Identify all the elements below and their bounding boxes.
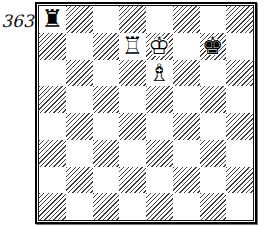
square-a7[interactable] bbox=[39, 33, 66, 60]
square-e8[interactable] bbox=[146, 6, 173, 33]
board-grid: ♜♜♖♚♔♚♝♗ bbox=[39, 6, 253, 220]
white-king[interactable]: ♚♔ bbox=[146, 33, 173, 60]
square-a5[interactable] bbox=[39, 86, 66, 113]
square-f2[interactable] bbox=[173, 167, 200, 194]
chess-board-inner-frame: ♜♜♖♚♔♚♝♗ bbox=[38, 5, 254, 221]
white-rook[interactable]: ♜♖ bbox=[119, 33, 146, 60]
black-rook[interactable]: ♜ bbox=[39, 6, 66, 33]
square-d7[interactable]: ♜♖ bbox=[119, 33, 146, 60]
square-g5[interactable] bbox=[200, 86, 227, 113]
white-rook-glyph: ♖ bbox=[122, 34, 144, 58]
square-a3[interactable] bbox=[39, 140, 66, 167]
square-c5[interactable] bbox=[93, 86, 120, 113]
square-f5[interactable] bbox=[173, 86, 200, 113]
square-e4[interactable] bbox=[146, 113, 173, 140]
square-g3[interactable] bbox=[200, 140, 227, 167]
square-a4[interactable] bbox=[39, 113, 66, 140]
square-b7[interactable] bbox=[66, 33, 93, 60]
square-c1[interactable] bbox=[93, 193, 120, 220]
square-d5[interactable] bbox=[119, 86, 146, 113]
square-a6[interactable] bbox=[39, 60, 66, 87]
square-b5[interactable] bbox=[66, 86, 93, 113]
square-h8[interactable] bbox=[226, 6, 253, 33]
square-b6[interactable] bbox=[66, 60, 93, 87]
square-a8[interactable]: ♜ bbox=[39, 6, 66, 33]
square-c8[interactable] bbox=[93, 6, 120, 33]
square-c7[interactable] bbox=[93, 33, 120, 60]
square-h4[interactable] bbox=[226, 113, 253, 140]
square-h3[interactable] bbox=[226, 140, 253, 167]
square-h7[interactable] bbox=[226, 33, 253, 60]
diagram-number: 363 bbox=[1, 11, 34, 31]
square-f6[interactable] bbox=[173, 60, 200, 87]
square-d8[interactable] bbox=[119, 6, 146, 33]
square-e5[interactable] bbox=[146, 86, 173, 113]
square-f1[interactable] bbox=[173, 193, 200, 220]
square-a2[interactable] bbox=[39, 167, 66, 194]
white-king-glyph: ♔ bbox=[149, 34, 171, 58]
square-g4[interactable] bbox=[200, 113, 227, 140]
black-rook-glyph: ♜ bbox=[42, 7, 64, 31]
square-c6[interactable] bbox=[93, 60, 120, 87]
square-g2[interactable] bbox=[200, 167, 227, 194]
square-g6[interactable] bbox=[200, 60, 227, 87]
square-d6[interactable] bbox=[119, 60, 146, 87]
square-e7[interactable]: ♚♔ bbox=[146, 33, 173, 60]
square-d3[interactable] bbox=[119, 140, 146, 167]
chess-board: ♜♜♖♚♔♚♝♗ bbox=[35, 2, 257, 224]
square-c4[interactable] bbox=[93, 113, 120, 140]
square-d2[interactable] bbox=[119, 167, 146, 194]
white-bishop[interactable]: ♝♗ bbox=[146, 60, 173, 87]
square-g7[interactable]: ♚ bbox=[200, 33, 227, 60]
square-c3[interactable] bbox=[93, 140, 120, 167]
square-h5[interactable] bbox=[226, 86, 253, 113]
square-f8[interactable] bbox=[173, 6, 200, 33]
square-g1[interactable] bbox=[200, 193, 227, 220]
black-king-glyph: ♚ bbox=[202, 34, 224, 58]
square-g8[interactable] bbox=[200, 6, 227, 33]
black-king[interactable]: ♚ bbox=[200, 33, 227, 60]
square-f7[interactable] bbox=[173, 33, 200, 60]
square-a1[interactable] bbox=[39, 193, 66, 220]
square-e3[interactable] bbox=[146, 140, 173, 167]
square-f3[interactable] bbox=[173, 140, 200, 167]
square-h2[interactable] bbox=[226, 167, 253, 194]
square-b1[interactable] bbox=[66, 193, 93, 220]
square-h1[interactable] bbox=[226, 193, 253, 220]
square-d1[interactable] bbox=[119, 193, 146, 220]
square-b8[interactable] bbox=[66, 6, 93, 33]
square-e1[interactable] bbox=[146, 193, 173, 220]
square-d4[interactable] bbox=[119, 113, 146, 140]
square-h6[interactable] bbox=[226, 60, 253, 87]
white-bishop-glyph: ♗ bbox=[149, 61, 171, 85]
square-b4[interactable] bbox=[66, 113, 93, 140]
square-c2[interactable] bbox=[93, 167, 120, 194]
square-e2[interactable] bbox=[146, 167, 173, 194]
square-f4[interactable] bbox=[173, 113, 200, 140]
square-e6[interactable]: ♝♗ bbox=[146, 60, 173, 87]
square-b3[interactable] bbox=[66, 140, 93, 167]
square-b2[interactable] bbox=[66, 167, 93, 194]
